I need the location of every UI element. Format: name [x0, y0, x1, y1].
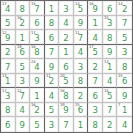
cell-r8c9[interactable]: 71 [117, 103, 132, 118]
cell-r2c1[interactable]: 5 [1, 16, 16, 31]
cell-r1c8[interactable]: 6 [103, 1, 118, 16]
cell-r6c6[interactable]: 8 [74, 74, 89, 89]
cell-r8c5[interactable]: 199 [59, 103, 74, 118]
cell-r8c8[interactable]: 7 [103, 103, 118, 118]
cell-digit: 1 [122, 106, 127, 115]
cell-r6c1[interactable]: 131 [1, 74, 16, 89]
cell-r2c7[interactable]: 1 [88, 16, 103, 31]
cell-digit: 3 [49, 121, 54, 130]
cell-digit: 6 [49, 33, 54, 42]
cell-digit: 3 [78, 62, 83, 71]
cell-r4c9[interactable]: 3 [117, 45, 132, 60]
cell-digit: 9 [107, 48, 112, 57]
cell-digit: 4 [63, 19, 68, 28]
cell-digit: 3 [63, 4, 68, 13]
cell-r1c7[interactable]: 169 [88, 1, 103, 16]
cell-r5c7[interactable]: 2 [88, 59, 103, 74]
cell-digit: 7 [122, 19, 127, 28]
cell-r6c8[interactable]: 4 [103, 74, 118, 89]
cell-r5c8[interactable]: 131 [103, 59, 118, 74]
cell-r5c1[interactable]: 7 [1, 59, 16, 74]
cell-digit: 7 [5, 62, 10, 71]
cell-digit: 2 [92, 62, 97, 71]
cell-r4c7[interactable]: 175 [88, 45, 103, 60]
cell-r1c2[interactable]: 8 [16, 1, 31, 16]
cell-r2c9[interactable]: 7 [117, 16, 132, 31]
cell-r4c4[interactable]: 7 [45, 45, 60, 60]
cell-r7c5[interactable]: 168 [59, 88, 74, 103]
cell-r4c3[interactable]: 168 [30, 45, 45, 60]
cell-r8c6[interactable]: 156 [74, 103, 89, 118]
cell-digit: 1 [49, 4, 54, 13]
cell-r6c2[interactable]: 3 [16, 74, 31, 89]
cell-digit: 7 [49, 48, 54, 57]
cell-digit: 7 [63, 121, 68, 130]
cell-r6c5[interactable]: 205 [59, 74, 74, 89]
cell-r9c2[interactable]: 9 [16, 117, 31, 132]
cell-digit: 5 [49, 106, 54, 115]
cell-r7c6[interactable]: 2 [74, 88, 89, 103]
cell-digit: 3 [20, 77, 25, 86]
cell-digit: 5 [20, 62, 25, 71]
cell-digit: 8 [20, 4, 25, 13]
cell-r7c9[interactable]: 9 [117, 88, 132, 103]
cell-digit: 5 [122, 33, 127, 42]
cell-digit: 1 [107, 62, 112, 71]
cell-r7c1[interactable]: 173 [1, 88, 16, 103]
cell-r8c1[interactable]: 8 [1, 103, 16, 118]
cell-digit: 8 [5, 106, 10, 115]
cell-digit: 7 [92, 77, 97, 86]
cell-r2c2[interactable]: 162 [16, 16, 31, 31]
cell-digit: 4 [20, 106, 25, 115]
cell-digit: 8 [107, 33, 112, 42]
cell-r7c3[interactable]: 1 [30, 88, 45, 103]
cell-digit: 2 [107, 121, 112, 130]
cell-digit: 9 [92, 4, 97, 13]
cell-digit: 5 [5, 19, 10, 28]
cell-digit: 6 [5, 121, 10, 130]
cell-digit: 5 [34, 121, 39, 130]
cell-digit: 7 [78, 33, 83, 42]
cell-r7c2[interactable]: 127 [16, 88, 31, 103]
cell-digit: 8 [34, 48, 39, 57]
cell-digit: 4 [34, 62, 39, 71]
cell-r7c4[interactable]: 4 [45, 88, 60, 103]
cell-r9c4[interactable]: 3 [45, 117, 60, 132]
cell-r5c9[interactable]: 8 [117, 59, 132, 74]
cell-r8c4[interactable]: 5 [45, 103, 60, 118]
cell-digit: 4 [49, 91, 54, 100]
cell-r4c8[interactable]: 9 [103, 45, 118, 60]
cell-r4c2[interactable]: 186 [16, 45, 31, 60]
cell-digit: 9 [5, 33, 10, 42]
cell-r4c1[interactable]: 2 [1, 45, 16, 60]
cell-r9c7[interactable]: 8 [88, 117, 103, 132]
cell-digit: 5 [107, 91, 112, 100]
cell-r2c3[interactable]: 6 [30, 16, 45, 31]
cell-r9c9[interactable]: 4 [117, 117, 132, 132]
cell-r6c7[interactable]: 7 [88, 74, 103, 89]
cell-digit: 2 [5, 48, 10, 57]
cell-r2c4[interactable]: 8 [45, 16, 60, 31]
cell-digit: 3 [107, 19, 112, 28]
cell-r3c6[interactable]: 117 [74, 30, 89, 45]
cell-digit: 2 [63, 33, 68, 42]
cell-r6c4[interactable]: 112 [45, 74, 60, 89]
cell-digit: 9 [49, 62, 54, 71]
cell-digit: 6 [122, 77, 127, 86]
cell-r3c2[interactable]: 1 [16, 30, 31, 45]
cell-r5c6[interactable]: 3 [74, 59, 89, 74]
cell-digit: 7 [20, 91, 25, 100]
cell-digit: 2 [20, 19, 25, 28]
cell-digit: 8 [122, 62, 127, 71]
cell-digit: 5 [92, 48, 97, 57]
cell-digit: 1 [20, 33, 25, 42]
cell-r9c1[interactable]: 6 [1, 117, 16, 132]
cell-r2c8[interactable]: 153 [103, 16, 118, 31]
cell-digit: 2 [122, 4, 127, 13]
cell-r3c4[interactable]: 6 [45, 30, 60, 45]
cell-digit: 4 [78, 48, 83, 57]
cell-digit: 7 [34, 4, 39, 13]
cell-digit: 9 [78, 19, 83, 28]
cell-digit: 9 [63, 106, 68, 115]
cell-r1c9[interactable]: 142 [117, 1, 132, 16]
cell-r2c6[interactable]: 9 [74, 16, 89, 31]
cell-r3c5[interactable]: 2 [59, 30, 74, 45]
cell-digit: 6 [20, 48, 25, 57]
cell-r1c4[interactable]: 1 [45, 1, 60, 16]
cell-digit: 4 [5, 4, 10, 13]
cell-r9c8[interactable]: 2 [103, 117, 118, 132]
cell-r8c7[interactable]: 3 [88, 103, 103, 118]
cell-r4c6[interactable]: 4 [74, 45, 89, 60]
cell-r6c9[interactable]: 156 [117, 74, 132, 89]
cell-digit: 6 [63, 62, 68, 71]
cell-digit: 1 [92, 19, 97, 28]
cell-r9c5[interactable]: 7 [59, 117, 74, 132]
cell-r9c3[interactable]: 5 [30, 117, 45, 132]
cell-digit: 3 [122, 48, 127, 57]
cell-digit: 6 [78, 106, 83, 115]
cell-digit: 8 [92, 121, 97, 130]
cell-r2c5[interactable]: 4 [59, 16, 74, 31]
cell-digit: 7 [107, 106, 112, 115]
cell-r5c4[interactable]: 9 [45, 59, 60, 74]
cell-digit: 2 [78, 91, 83, 100]
cell-digit: 5 [63, 77, 68, 86]
cell-digit: 2 [49, 77, 54, 86]
cell-r8c3[interactable]: 162 [30, 103, 45, 118]
cell-digit: 6 [92, 91, 97, 100]
cell-r1c5[interactable]: 3 [59, 1, 74, 16]
killer-sudoku-board: 1748157131451696142516268491153712911136… [0, 0, 133, 133]
cell-digit: 4 [107, 77, 112, 86]
cell-digit: 8 [78, 77, 83, 86]
cell-digit: 1 [34, 91, 39, 100]
cell-r3c9[interactable]: 5 [117, 30, 132, 45]
cell-r1c3[interactable]: 157 [30, 1, 45, 16]
cell-r3c1[interactable]: 129 [1, 30, 16, 45]
cell-digit: 9 [20, 121, 25, 130]
cell-digit: 6 [34, 19, 39, 28]
cell-r3c7[interactable]: 4 [88, 30, 103, 45]
cell-digit: 8 [49, 19, 54, 28]
cell-digit: 1 [78, 121, 83, 130]
cell-r3c8[interactable]: 8 [103, 30, 118, 45]
cell-digit: 4 [122, 121, 127, 130]
cell-r7c7[interactable]: 6 [88, 88, 103, 103]
cell-r6c3[interactable]: 9 [30, 74, 45, 89]
cell-digit: 3 [5, 91, 10, 100]
cell-digit: 1 [5, 77, 10, 86]
cell-r3c3[interactable]: 113 [30, 30, 45, 45]
cell-r1c1[interactable]: 174 [1, 1, 16, 16]
cell-digit: 8 [63, 91, 68, 100]
cell-r7c8[interactable]: 155 [103, 88, 118, 103]
cell-r9c6[interactable]: 1 [74, 117, 89, 132]
cell-r5c5[interactable]: 6 [59, 59, 74, 74]
cage-sum-label-r8c9: 7 [118, 103, 120, 107]
cell-digit: 3 [34, 33, 39, 42]
cell-r8c2[interactable]: 4 [16, 103, 31, 118]
cell-r5c2[interactable]: 5 [16, 59, 31, 74]
cell-digit: 2 [34, 106, 39, 115]
cell-digit: 9 [122, 91, 127, 100]
cell-digit: 3 [92, 106, 97, 115]
cell-digit: 5 [78, 4, 83, 13]
cell-r1c6[interactable]: 145 [74, 1, 89, 16]
cell-digit: 9 [34, 77, 39, 86]
cell-digit: 1 [63, 48, 68, 57]
cell-r5c3[interactable]: 244 [30, 59, 45, 74]
cell-r4c5[interactable]: 1 [59, 45, 74, 60]
cell-digit: 4 [92, 33, 97, 42]
cell-digit: 6 [107, 4, 112, 13]
